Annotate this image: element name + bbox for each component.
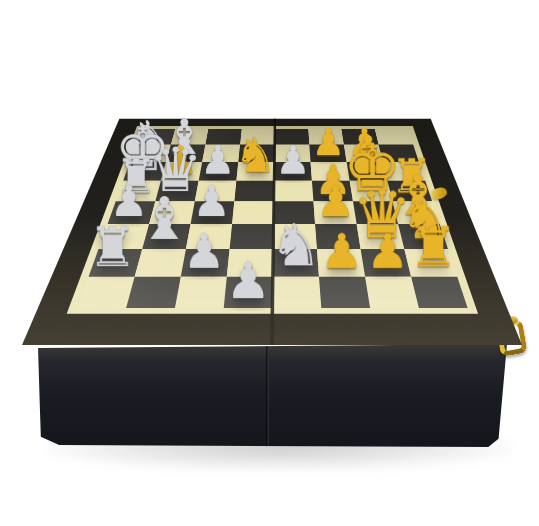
- square-e2: ♞: [273, 249, 319, 277]
- piece-white-pawn-c4: ♟: [192, 181, 230, 222]
- square-c1: [175, 277, 227, 308]
- square-e1: [272, 277, 321, 308]
- piece-white-pawn-e6: ♟: [276, 142, 311, 179]
- square-d1: ♟: [224, 277, 273, 308]
- piece-black-pawn-f4: ♟: [316, 181, 354, 222]
- piece-white-pawn-c2: ♟: [183, 229, 226, 274]
- piece-white-pawn-d1: ♟: [226, 257, 271, 305]
- piece-white-knight-e2: ♞: [270, 219, 322, 274]
- board-perspective-wrapper: ♞♝♟♟♚♟♟♞♟♝♜♛♟♚♜♟♟♟♝♝♛♞♜♟♞♟♟♜♟: [0, 0, 539, 526]
- square-h1: [411, 277, 467, 308]
- square-e5: [274, 181, 314, 202]
- square-e6: ♟: [274, 162, 312, 181]
- piece-black-pawn-f7: ♟: [312, 125, 345, 160]
- piece-black-knight-d6: ♞: [234, 134, 277, 179]
- square-f2: ♟: [317, 249, 365, 277]
- square-c4: ♟: [191, 201, 235, 224]
- board-plane: ♞♝♟♟♚♟♟♞♟♝♜♛♟♚♜♟♟♟♝♝♛♞♜♟♞♟♟♜♟: [22, 119, 522, 345]
- square-c2: ♟: [181, 249, 230, 277]
- square-a2: ♜: [89, 249, 143, 277]
- piece-white-rook-a2: ♜: [88, 222, 137, 274]
- square-d3: [230, 224, 274, 249]
- square-a1: [77, 277, 134, 308]
- square-d5: [234, 181, 274, 202]
- chess-set-photo: ♞♝♟♟♚♟♟♞♟♝♜♛♟♚♜♟♟♟♝♝♛♞♜♟♞♟♟♜♟: [0, 0, 539, 526]
- piece-white-pawn-c6: ♟: [200, 142, 235, 179]
- square-f1: [319, 277, 370, 308]
- square-d6: ♞: [236, 162, 274, 181]
- square-b2: [135, 249, 186, 277]
- square-d4: [232, 201, 274, 224]
- piece-black-pawn-g2: ♟: [366, 229, 409, 274]
- square-g2: ♟: [361, 249, 412, 277]
- piece-black-pawn-f2: ♟: [320, 229, 363, 274]
- piece-black-rook-h2: ♜: [409, 222, 458, 274]
- square-h2: ♜: [404, 249, 457, 277]
- square-b1: [126, 277, 181, 308]
- square-g1: [365, 277, 419, 308]
- board-squares: ♞♝♟♟♚♟♟♞♟♝♜♛♟♚♜♟♟♟♝♝♛♞♜♟♞♟♟♜♟: [77, 129, 467, 308]
